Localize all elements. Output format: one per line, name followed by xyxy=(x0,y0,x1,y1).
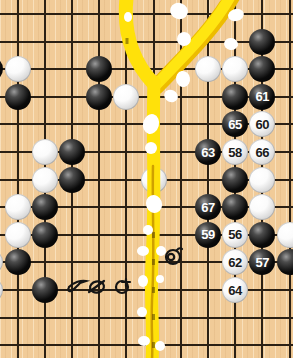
white-stone[interactable] xyxy=(32,167,58,193)
stone-number: 58 xyxy=(228,145,241,160)
stone-number: 56 xyxy=(228,227,241,242)
black-stone[interactable] xyxy=(222,167,248,193)
white-stone[interactable] xyxy=(32,139,58,165)
black-stone-move-61[interactable]: 61 xyxy=(249,84,275,110)
black-stone-move-67[interactable]: 67 xyxy=(195,194,221,220)
black-stone[interactable] xyxy=(32,277,58,303)
black-stone[interactable] xyxy=(5,84,31,110)
stone-number: 65 xyxy=(228,117,241,132)
black-stone-move-63[interactable]: 63 xyxy=(195,139,221,165)
stone-number: 59 xyxy=(201,227,214,242)
stone-number: 62 xyxy=(228,255,241,270)
black-stone[interactable] xyxy=(59,167,85,193)
white-stone-move-64[interactable]: 64 xyxy=(222,277,248,303)
grid-line-horizontal xyxy=(0,344,293,346)
white-stone[interactable] xyxy=(113,84,139,110)
white-stone[interactable] xyxy=(5,222,31,248)
white-stone[interactable] xyxy=(249,167,275,193)
white-stone[interactable] xyxy=(5,194,31,220)
black-stone[interactable] xyxy=(32,194,58,220)
white-stone[interactable] xyxy=(5,56,31,82)
black-stone[interactable] xyxy=(86,84,112,110)
grid-line-horizontal xyxy=(0,13,293,15)
stone-number: 60 xyxy=(256,117,269,132)
black-stone[interactable] xyxy=(249,29,275,55)
black-stone[interactable] xyxy=(222,84,248,110)
black-stone[interactable] xyxy=(249,222,275,248)
white-stone[interactable] xyxy=(195,56,221,82)
black-stone[interactable] xyxy=(5,249,31,275)
black-stone-move-59[interactable]: 59 xyxy=(195,222,221,248)
stone-number: 64 xyxy=(228,283,241,298)
white-stone[interactable] xyxy=(141,167,167,193)
white-stone-move-56[interactable]: 56 xyxy=(222,222,248,248)
stone-number: 67 xyxy=(201,200,214,215)
stone-number: 63 xyxy=(201,145,214,160)
stone-number: 57 xyxy=(256,255,269,270)
black-stone[interactable] xyxy=(32,222,58,248)
black-stone[interactable] xyxy=(59,139,85,165)
stone-number: 66 xyxy=(256,145,269,160)
go-board: 616560635866675956625764 xyxy=(0,0,293,358)
white-stone-move-58[interactable]: 58 xyxy=(222,139,248,165)
stone-number: 61 xyxy=(256,89,269,104)
grid-line-horizontal xyxy=(0,317,293,319)
